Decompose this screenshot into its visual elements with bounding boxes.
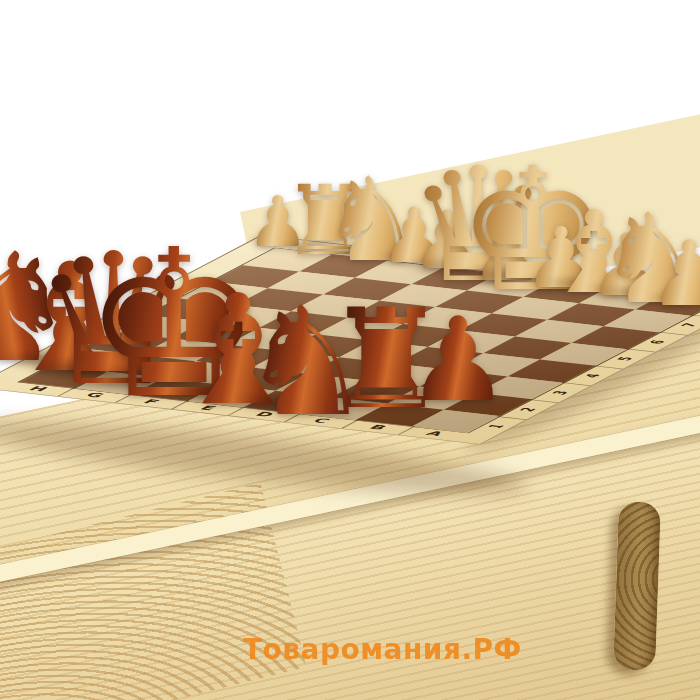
light-pawn-glyph: ♟	[649, 229, 700, 319]
piece-light-pawn[interactable]: ♟	[644, 229, 700, 319]
product-photo-stage: HGFEDCBA 87654321 ♟♜♞♟♟♛♟♚♟♝♟♞♟♞♝♛♚♝♞♜♟ …	[0, 0, 700, 700]
watermark-text: Товаромания.РФ	[243, 633, 522, 666]
dark-knight-glyph: ♞	[239, 287, 373, 437]
pieces-layer: ♟♜♞♟♟♛♟♚♟♝♟♞♟♞♝♛♚♝♞♜♟	[0, 0, 700, 700]
piece-dark-knight[interactable]: ♞	[231, 287, 381, 437]
